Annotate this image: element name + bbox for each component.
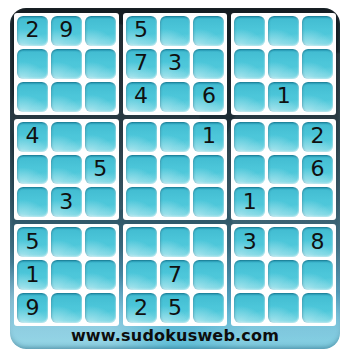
cell-r5c9[interactable]: 6 (302, 155, 333, 185)
cell-r1c8[interactable] (268, 16, 299, 46)
cell-r6c7[interactable]: 1 (234, 187, 265, 217)
box-6: 261 (231, 119, 336, 221)
cell-r6c6[interactable] (193, 187, 224, 217)
cell-r3c1[interactable] (17, 82, 48, 112)
cell-r2c6[interactable] (193, 49, 224, 79)
cell-r2c4[interactable]: 7 (126, 49, 157, 79)
cell-r5c7[interactable] (234, 155, 265, 185)
cell-r1c1[interactable]: 2 (17, 16, 48, 46)
cell-r2c9[interactable] (302, 49, 333, 79)
box-4: 453 (14, 119, 119, 221)
cell-r1c3[interactable] (85, 16, 116, 46)
cell-r7c1[interactable]: 5 (17, 227, 48, 257)
cell-r7c7[interactable]: 3 (234, 227, 265, 257)
cell-r3c5[interactable] (160, 82, 191, 112)
cell-r8c2[interactable] (51, 260, 82, 290)
cell-r6c4[interactable] (126, 187, 157, 217)
cell-r9c1[interactable]: 9 (17, 293, 48, 323)
cell-r3c8[interactable]: 1 (268, 82, 299, 112)
cell-r2c5[interactable]: 3 (160, 49, 191, 79)
cell-r2c7[interactable] (234, 49, 265, 79)
cell-r9c8[interactable] (268, 293, 299, 323)
cell-r5c8[interactable] (268, 155, 299, 185)
website-link[interactable]: www.sudokusweb.com (10, 326, 340, 346)
cell-r6c2[interactable]: 3 (51, 187, 82, 217)
cell-r7c3[interactable] (85, 227, 116, 257)
cell-r2c1[interactable] (17, 49, 48, 79)
cell-r5c3[interactable]: 5 (85, 155, 116, 185)
cell-r9c9[interactable] (302, 293, 333, 323)
box-5: 1 (123, 119, 228, 221)
cell-r4c4[interactable] (126, 122, 157, 152)
cell-r8c8[interactable] (268, 260, 299, 290)
cell-r6c1[interactable] (17, 187, 48, 217)
cell-r9c3[interactable] (85, 293, 116, 323)
sudoku-board: 29573461453126151972538 (14, 13, 336, 326)
puzzle-frame: 29573461453126151972538 www.sudokusweb.c… (10, 8, 340, 349)
cell-r2c8[interactable] (268, 49, 299, 79)
cell-r7c6[interactable] (193, 227, 224, 257)
cell-r6c3[interactable] (85, 187, 116, 217)
cell-r1c6[interactable] (193, 16, 224, 46)
cell-r8c5[interactable]: 7 (160, 260, 191, 290)
cell-r8c3[interactable] (85, 260, 116, 290)
cell-r5c5[interactable] (160, 155, 191, 185)
box-2: 57346 (123, 13, 228, 115)
cell-r1c2[interactable]: 9 (51, 16, 82, 46)
cell-r4c6[interactable]: 1 (193, 122, 224, 152)
box-1: 29 (14, 13, 119, 115)
cell-r4c9[interactable]: 2 (302, 122, 333, 152)
box-3: 1 (231, 13, 336, 115)
cell-r3c7[interactable] (234, 82, 265, 112)
box-9: 38 (231, 224, 336, 326)
cell-r5c4[interactable] (126, 155, 157, 185)
cell-r2c3[interactable] (85, 49, 116, 79)
cell-r7c2[interactable] (51, 227, 82, 257)
cell-r9c2[interactable] (51, 293, 82, 323)
cell-r1c4[interactable]: 5 (126, 16, 157, 46)
cell-r7c9[interactable]: 8 (302, 227, 333, 257)
box-8: 725 (123, 224, 228, 326)
cell-r4c5[interactable] (160, 122, 191, 152)
cell-r6c9[interactable] (302, 187, 333, 217)
cell-r7c4[interactable] (126, 227, 157, 257)
cell-r9c6[interactable] (193, 293, 224, 323)
cell-r5c6[interactable] (193, 155, 224, 185)
cell-r4c8[interactable] (268, 122, 299, 152)
cell-r9c5[interactable]: 5 (160, 293, 191, 323)
cell-r4c7[interactable] (234, 122, 265, 152)
cell-r3c9[interactable] (302, 82, 333, 112)
cell-r1c9[interactable] (302, 16, 333, 46)
cell-r9c4[interactable]: 2 (126, 293, 157, 323)
box-7: 519 (14, 224, 119, 326)
cell-r1c7[interactable] (234, 16, 265, 46)
cell-r2c2[interactable] (51, 49, 82, 79)
cell-r6c8[interactable] (268, 187, 299, 217)
cell-r4c3[interactable] (85, 122, 116, 152)
cell-r8c9[interactable] (302, 260, 333, 290)
cell-r5c1[interactable] (17, 155, 48, 185)
cell-r6c5[interactable] (160, 187, 191, 217)
page: 29573461453126151972538 www.sudokusweb.c… (0, 0, 350, 360)
cell-r3c4[interactable]: 4 (126, 82, 157, 112)
cell-r3c3[interactable] (85, 82, 116, 112)
cell-r8c1[interactable]: 1 (17, 260, 48, 290)
cell-r1c5[interactable] (160, 16, 191, 46)
cell-r5c2[interactable] (51, 155, 82, 185)
cell-r8c4[interactable] (126, 260, 157, 290)
cell-r4c1[interactable]: 4 (17, 122, 48, 152)
cell-r9c7[interactable] (234, 293, 265, 323)
cell-r7c8[interactable] (268, 227, 299, 257)
cell-r4c2[interactable] (51, 122, 82, 152)
cell-r3c2[interactable] (51, 82, 82, 112)
cell-r3c6[interactable]: 6 (193, 82, 224, 112)
cell-r8c6[interactable] (193, 260, 224, 290)
cell-r8c7[interactable] (234, 260, 265, 290)
cell-r7c5[interactable] (160, 227, 191, 257)
